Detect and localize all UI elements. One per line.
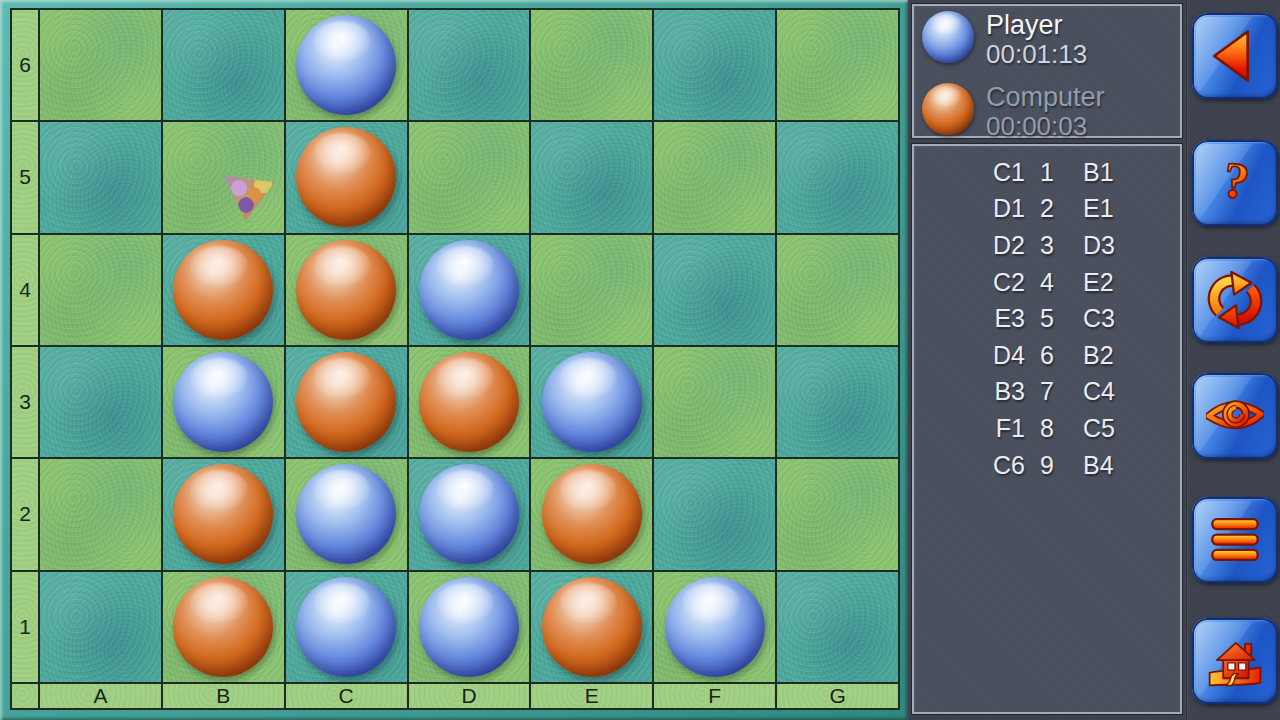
row-label-2: 2 xyxy=(12,459,38,569)
cell-D1[interactable] xyxy=(409,572,530,682)
board-grid: 654321ABCDEFG xyxy=(10,8,900,710)
move-player: C2 xyxy=(953,268,1025,297)
computer-timer: 00:00:03 xyxy=(986,112,1105,140)
blue-marble-D1 xyxy=(419,577,519,677)
move-player: E3 xyxy=(953,304,1025,333)
cell-A3[interactable] xyxy=(40,347,161,457)
move-row-5: E35C3 xyxy=(914,300,1180,337)
blue-marble-D4 xyxy=(419,240,519,340)
home-button[interactable] xyxy=(1192,618,1278,704)
col-label-F: F xyxy=(654,684,775,708)
move-computer: C3 xyxy=(1069,304,1141,333)
cell-F4[interactable] xyxy=(654,235,775,345)
game-screen: 654321ABCDEFG Player 00:01:13 Computer 0… xyxy=(0,0,1280,720)
cell-D3[interactable] xyxy=(409,347,530,457)
col-label-C: C xyxy=(286,684,407,708)
move-player: C1 xyxy=(953,158,1025,187)
cell-G4[interactable] xyxy=(777,235,898,345)
move-number: 3 xyxy=(1025,231,1069,260)
cell-F6[interactable] xyxy=(654,10,775,120)
menu-bars-icon xyxy=(1206,511,1264,569)
orange-marble-B4 xyxy=(173,240,273,340)
move-player: B3 xyxy=(953,377,1025,406)
blue-marble-C2 xyxy=(296,464,396,564)
player-blue-avatar xyxy=(922,11,974,63)
cell-A1[interactable] xyxy=(40,572,161,682)
menu-button[interactable] xyxy=(1192,497,1278,583)
move-computer: B4 xyxy=(1069,451,1141,480)
cell-G2[interactable] xyxy=(777,459,898,569)
cell-G3[interactable] xyxy=(777,347,898,457)
move-row-8: F18C5 xyxy=(914,410,1180,447)
move-computer: C4 xyxy=(1069,377,1141,406)
cell-D5[interactable] xyxy=(409,122,530,232)
cell-E4[interactable] xyxy=(531,235,652,345)
move-row-6: D46B2 xyxy=(914,337,1180,374)
move-number: 7 xyxy=(1025,377,1069,406)
move-player: D4 xyxy=(953,341,1025,370)
col-label-D: D xyxy=(409,684,530,708)
move-player: F1 xyxy=(953,414,1025,443)
move-player: D1 xyxy=(953,194,1025,223)
player-timer: 00:01:13 xyxy=(986,40,1087,68)
cell-E2[interactable] xyxy=(531,459,652,569)
cell-D2[interactable] xyxy=(409,459,530,569)
cell-G6[interactable] xyxy=(777,10,898,120)
orange-marble-C4 xyxy=(296,240,396,340)
cell-B2[interactable] xyxy=(163,459,284,569)
orange-marble-B2 xyxy=(173,464,273,564)
player-name: Player xyxy=(986,11,1087,40)
board-frame: 654321ABCDEFG xyxy=(0,0,908,720)
move-number: 2 xyxy=(1025,194,1069,223)
move-computer: E1 xyxy=(1069,194,1141,223)
cell-G5[interactable] xyxy=(777,122,898,232)
cell-F3[interactable] xyxy=(654,347,775,457)
move-row-2: D12E1 xyxy=(914,191,1180,228)
cell-G1[interactable] xyxy=(777,572,898,682)
blue-marble-C1 xyxy=(296,577,396,677)
orange-marble-E2 xyxy=(542,464,642,564)
orange-marble-B1 xyxy=(173,577,273,677)
cell-B5[interactable] xyxy=(163,122,284,232)
cell-C3[interactable] xyxy=(286,347,407,457)
move-number: 9 xyxy=(1025,451,1069,480)
cell-D6[interactable] xyxy=(409,10,530,120)
svg-text:?: ? xyxy=(1220,154,1253,210)
cell-B1[interactable] xyxy=(163,572,284,682)
move-number: 4 xyxy=(1025,268,1069,297)
home-icon xyxy=(1206,632,1264,690)
restart-arrows-icon xyxy=(1206,271,1264,329)
col-label-B: B xyxy=(163,684,284,708)
cell-E6[interactable] xyxy=(531,10,652,120)
orange-marble-E1 xyxy=(542,577,642,677)
orange-marble-C5 xyxy=(296,127,396,227)
move-row-4: C24E2 xyxy=(914,264,1180,301)
move-player: D2 xyxy=(953,231,1025,260)
cursor-triangle-marker xyxy=(224,174,274,221)
col-label-G: G xyxy=(777,684,898,708)
cell-A4[interactable] xyxy=(40,235,161,345)
move-number: 1 xyxy=(1025,158,1069,187)
player-row: Player 00:01:13 xyxy=(922,11,1087,68)
back-icon xyxy=(1206,27,1264,85)
computer-name: Computer xyxy=(986,83,1105,112)
players-info-panel: Player 00:01:13 Computer 00:00:03 xyxy=(912,4,1182,138)
row-label-3: 3 xyxy=(12,347,38,457)
move-row-9: C69B4 xyxy=(914,447,1180,484)
blue-marble-F1 xyxy=(665,577,765,677)
cell-C1[interactable] xyxy=(286,572,407,682)
cell-C5[interactable] xyxy=(286,122,407,232)
move-player: C6 xyxy=(953,451,1025,480)
move-row-1: C11B1 xyxy=(914,154,1180,191)
cell-E5[interactable] xyxy=(531,122,652,232)
cell-E3[interactable] xyxy=(531,347,652,457)
move-computer: D3 xyxy=(1069,231,1141,260)
cell-A6[interactable] xyxy=(40,10,161,120)
cell-C4[interactable] xyxy=(286,235,407,345)
cell-F5[interactable] xyxy=(654,122,775,232)
cell-F1[interactable] xyxy=(654,572,775,682)
col-label-E: E xyxy=(531,684,652,708)
cell-C6[interactable] xyxy=(286,10,407,120)
help-button[interactable]: ? xyxy=(1192,140,1278,226)
blue-marble-B3 xyxy=(173,352,273,452)
move-number: 8 xyxy=(1025,414,1069,443)
computer-row: Computer 00:00:03 xyxy=(922,83,1105,140)
row-label-4: 4 xyxy=(12,235,38,345)
row-label-5: 5 xyxy=(12,122,38,232)
question-icon: ? xyxy=(1206,154,1264,212)
restart-button[interactable] xyxy=(1192,257,1278,343)
cell-B3[interactable] xyxy=(163,347,284,457)
cell-A5[interactable] xyxy=(40,122,161,232)
cell-A2[interactable] xyxy=(40,459,161,569)
cell-B4[interactable] xyxy=(163,235,284,345)
col-label-A: A xyxy=(40,684,161,708)
blue-marble-D2 xyxy=(419,464,519,564)
move-number: 6 xyxy=(1025,341,1069,370)
row-label-1: 1 xyxy=(12,572,38,682)
cell-D4[interactable] xyxy=(409,235,530,345)
cell-B6[interactable] xyxy=(163,10,284,120)
eye-icon xyxy=(1206,387,1264,445)
move-computer: E2 xyxy=(1069,268,1141,297)
move-number: 5 xyxy=(1025,304,1069,333)
corner-label xyxy=(12,684,38,708)
move-list-panel: C11B1D12E1D23D3C24E2E35C3D46B2B37C4F18C5… xyxy=(912,144,1182,714)
cell-E1[interactable] xyxy=(531,572,652,682)
move-list: C11B1D12E1D23D3C24E2E35C3D46B2B37C4F18C5… xyxy=(914,154,1180,483)
row-label-6: 6 xyxy=(12,10,38,120)
move-row-7: B37C4 xyxy=(914,374,1180,411)
orange-marble-C3 xyxy=(296,352,396,452)
blue-marble-C6 xyxy=(296,15,396,115)
move-row-3: D23D3 xyxy=(914,227,1180,264)
move-computer: B2 xyxy=(1069,341,1141,370)
orange-marble-D3 xyxy=(419,352,519,452)
blue-marble-E3 xyxy=(542,352,642,452)
back-button[interactable] xyxy=(1192,13,1278,99)
cell-C2[interactable] xyxy=(286,459,407,569)
move-computer: C5 xyxy=(1069,414,1141,443)
side-panel: Player 00:01:13 Computer 00:00:03 C11B1D… xyxy=(908,0,1280,720)
view-button[interactable] xyxy=(1192,373,1278,459)
cell-F2[interactable] xyxy=(654,459,775,569)
move-computer: B1 xyxy=(1069,158,1141,187)
computer-orange-avatar xyxy=(922,83,974,135)
